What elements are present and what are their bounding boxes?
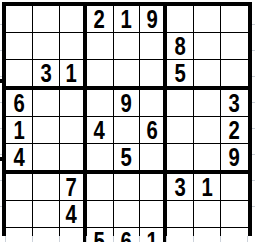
- spreadsheet-gridline: [5, 236, 6, 242]
- given-digit: 7: [66, 174, 77, 200]
- given-digit: 2: [229, 117, 240, 143]
- cell-r2c7[interactable]: 8: [167, 33, 194, 60]
- cell-r4c4[interactable]: [87, 90, 114, 117]
- cell-r8c2[interactable]: [33, 201, 60, 228]
- spreadsheet-gridline: [252, 180, 255, 181]
- given-digit: 6: [121, 228, 132, 242]
- cell-r4c5[interactable]: 9: [114, 90, 141, 117]
- cell-r1c1[interactable]: [6, 6, 33, 33]
- given-digit: 4: [66, 201, 77, 227]
- cell-r2c8[interactable]: [194, 33, 221, 60]
- cell-r4c9[interactable]: 3: [221, 90, 248, 117]
- cell-r6c8[interactable]: [194, 144, 221, 174]
- given-digit: 3: [40, 60, 51, 86]
- cell-r5c2[interactable]: [33, 117, 60, 144]
- cell-r3c8[interactable]: [194, 60, 221, 90]
- given-digit: 4: [13, 144, 24, 170]
- cell-r6c9[interactable]: 9: [221, 144, 248, 174]
- cell-r7c1[interactable]: [6, 174, 33, 201]
- cell-r3c9[interactable]: [221, 60, 248, 90]
- cell-r4c7[interactable]: [167, 90, 194, 117]
- cell-r1c9[interactable]: [221, 6, 248, 33]
- spreadsheet-gridline: [113, 236, 114, 242]
- cell-r2c1[interactable]: [6, 33, 33, 60]
- cell-r1c8[interactable]: [194, 6, 221, 33]
- spreadsheet-gridline: [0, 206, 2, 207]
- given-digit: 1: [13, 117, 24, 143]
- spreadsheet-gridline: [252, 154, 255, 155]
- given-digit: 8: [175, 33, 186, 59]
- given-digit: 1: [121, 6, 132, 32]
- cell-r7c3[interactable]: 7: [60, 174, 87, 201]
- sudoku-board: 219831569314624597314561: [2, 2, 252, 236]
- cell-r2c9[interactable]: [221, 33, 248, 60]
- given-digit: 5: [121, 144, 132, 170]
- spreadsheet-gridline: [193, 236, 194, 242]
- spreadsheet-gridline: [252, 128, 255, 129]
- given-digit: 2: [94, 6, 105, 32]
- spreadsheet-gridline: [252, 50, 255, 51]
- spreadsheet-gridline: [0, 24, 2, 25]
- given-digit: 6: [146, 117, 157, 143]
- given-digit: 5: [94, 228, 105, 242]
- cell-r2c6[interactable]: [140, 33, 167, 60]
- cell-r4c6[interactable]: [140, 90, 167, 117]
- cell-r9c1[interactable]: [6, 228, 33, 242]
- cell-r9c7[interactable]: [167, 228, 194, 242]
- given-digit: 9: [146, 6, 157, 32]
- cell-r8c3[interactable]: 4: [60, 201, 87, 228]
- spreadsheet-gridline: [59, 236, 60, 242]
- cell-r4c8[interactable]: [194, 90, 221, 117]
- spreadsheet-gridline: [252, 102, 255, 103]
- spreadsheet-gridline: [252, 76, 255, 77]
- spreadsheet-gridline: [139, 236, 140, 242]
- cell-r8c4[interactable]: [87, 201, 114, 228]
- given-digit: 9: [121, 90, 132, 116]
- given-digit: 4: [94, 117, 105, 143]
- spreadsheet-gridline: [252, 24, 255, 25]
- cell-r6c3[interactable]: [60, 144, 87, 174]
- spreadsheet-gridline: [166, 236, 167, 242]
- cell-r2c5[interactable]: [114, 33, 141, 60]
- cell-r6c6[interactable]: [140, 144, 167, 174]
- given-digit: 3: [175, 174, 186, 200]
- cell-r9c5[interactable]: 6: [114, 228, 141, 242]
- given-digit: 6: [13, 90, 24, 116]
- given-digit: 5: [175, 60, 186, 86]
- cell-r3c3[interactable]: 1: [60, 60, 87, 90]
- sudoku-page: 219831569314624597314561: [0, 0, 255, 242]
- cell-r5c1[interactable]: 1: [6, 117, 33, 144]
- spreadsheet-gridline: [247, 236, 248, 242]
- cell-r9c3[interactable]: [60, 228, 87, 242]
- cell-r7c2[interactable]: [33, 174, 60, 201]
- cell-r5c7[interactable]: [167, 117, 194, 144]
- cell-r1c6[interactable]: 9: [140, 6, 167, 33]
- cell-r2c3[interactable]: [60, 33, 87, 60]
- cell-r6c7[interactable]: [167, 144, 194, 174]
- cell-r9c4[interactable]: 5: [87, 228, 114, 242]
- spreadsheet-gridline: [86, 236, 87, 242]
- given-digit: 1: [66, 60, 77, 86]
- cell-r6c4[interactable]: [87, 144, 114, 174]
- spreadsheet-gridline: [32, 236, 33, 242]
- cell-r5c5[interactable]: [114, 117, 141, 144]
- cell-r7c9[interactable]: [221, 174, 248, 201]
- cell-r3c6[interactable]: [140, 60, 167, 90]
- cell-r7c6[interactable]: [140, 174, 167, 201]
- cell-r7c8[interactable]: 1: [194, 174, 221, 201]
- cell-r9c2[interactable]: [33, 228, 60, 242]
- spreadsheet-gridline: [0, 76, 2, 77]
- spreadsheet-gridline: [220, 236, 221, 242]
- given-digit: 3: [229, 90, 240, 116]
- cell-r3c5[interactable]: [114, 60, 141, 90]
- cell-r8c6[interactable]: [140, 201, 167, 228]
- cell-r8c1[interactable]: [6, 201, 33, 228]
- cell-r8c7[interactable]: [167, 201, 194, 228]
- cell-r1c7[interactable]: [167, 6, 194, 33]
- cell-r3c4[interactable]: [87, 60, 114, 90]
- cell-r1c3[interactable]: [60, 6, 87, 33]
- given-digit: 9: [229, 144, 240, 170]
- cell-r1c4[interactable]: 2: [87, 6, 114, 33]
- cell-r4c1[interactable]: 6: [6, 90, 33, 117]
- cell-r9c9[interactable]: [221, 228, 248, 242]
- cell-r2c4[interactable]: [87, 33, 114, 60]
- cell-r2c2[interactable]: [33, 33, 60, 60]
- cell-r5c9[interactable]: 2: [221, 117, 248, 144]
- given-digit: 1: [202, 174, 213, 200]
- given-digit: 1: [146, 228, 157, 242]
- cell-r3c1[interactable]: [6, 60, 33, 90]
- cell-r6c1[interactable]: 4: [6, 144, 33, 174]
- cell-r4c2[interactable]: [33, 90, 60, 117]
- cell-r7c4[interactable]: [87, 174, 114, 201]
- cell-r8c9[interactable]: [221, 201, 248, 228]
- cell-r9c6[interactable]: 1: [140, 228, 167, 242]
- cell-r6c5[interactable]: 5: [114, 144, 141, 174]
- cell-r6c2[interactable]: [33, 144, 60, 174]
- cell-r5c3[interactable]: [60, 117, 87, 144]
- cell-r4c3[interactable]: [60, 90, 87, 117]
- bold-line-nub: [0, 79, 2, 83]
- cell-r7c5[interactable]: [114, 174, 141, 201]
- cell-r1c2[interactable]: [33, 6, 60, 33]
- spreadsheet-gridline: [0, 154, 2, 155]
- cell-r3c2[interactable]: 3: [33, 60, 60, 90]
- cell-r5c4[interactable]: 4: [87, 117, 114, 144]
- cell-r3c7[interactable]: 5: [167, 60, 194, 90]
- spreadsheet-gridline: [0, 102, 2, 103]
- bold-line-nub: [0, 157, 2, 161]
- cell-r5c6[interactable]: 6: [140, 117, 167, 144]
- cell-r8c8[interactable]: [194, 201, 221, 228]
- cell-r7c7[interactable]: 3: [167, 174, 194, 201]
- spreadsheet-gridline: [0, 128, 2, 129]
- spreadsheet-gridline: [252, 206, 255, 207]
- cell-r8c5[interactable]: [114, 201, 141, 228]
- cell-r9c8[interactable]: [194, 228, 221, 242]
- spreadsheet-gridline: [0, 180, 2, 181]
- cell-r5c8[interactable]: [194, 117, 221, 144]
- spreadsheet-gridline: [0, 50, 2, 51]
- cell-r1c5[interactable]: 1: [114, 6, 141, 33]
